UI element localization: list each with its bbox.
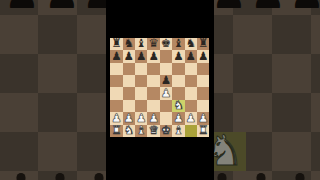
square-c8[interactable]: ♝ xyxy=(135,38,147,50)
square-h1[interactable]: ♜ xyxy=(197,125,209,137)
square-b8[interactable]: ♞ xyxy=(123,38,135,50)
video-letterbox: ♜♞♝♛♚♝♞♜♟♟♟♟♟♟♟♟♟♞♟♟♟♟♟♟♟♜♞♝♛♚♝♜ xyxy=(106,0,214,180)
square-a8[interactable]: ♜ xyxy=(110,38,122,50)
piece-white-rook[interactable]: ♜ xyxy=(111,125,121,137)
square-e4[interactable]: ♟ xyxy=(160,87,172,99)
backdrop-piece-top-icon xyxy=(257,173,266,180)
square-a3[interactable] xyxy=(110,100,122,112)
square-b3[interactable] xyxy=(123,100,135,112)
square-e3[interactable] xyxy=(160,100,172,112)
piece-black-bishop[interactable]: ♝ xyxy=(173,38,183,50)
piece-white-pawn[interactable]: ♟ xyxy=(161,88,171,100)
square-h8[interactable]: ♜ xyxy=(197,38,209,50)
backdrop-pawn-icon: ♟ xyxy=(250,0,286,14)
piece-white-rook[interactable]: ♜ xyxy=(198,125,208,137)
square-d3[interactable] xyxy=(147,100,159,112)
square-e6[interactable] xyxy=(160,63,172,75)
square-b2[interactable]: ♟ xyxy=(123,112,135,124)
backdrop-piece-top-icon xyxy=(56,173,65,180)
piece-white-knight[interactable]: ♞ xyxy=(173,100,183,112)
square-b6[interactable] xyxy=(123,63,135,75)
square-g3[interactable] xyxy=(185,100,197,112)
square-a5[interactable] xyxy=(110,75,122,87)
square-h7[interactable]: ♟ xyxy=(197,50,209,62)
backdrop-pawn-icon: ♟ xyxy=(211,0,247,14)
square-d1[interactable]: ♛ xyxy=(147,125,159,137)
square-f8[interactable]: ♝ xyxy=(172,38,184,50)
square-d4[interactable] xyxy=(147,87,159,99)
piece-black-pawn[interactable]: ♟ xyxy=(198,51,208,63)
piece-black-pawn[interactable]: ♟ xyxy=(136,51,146,63)
square-f1[interactable]: ♝ xyxy=(172,125,184,137)
piece-black-rook[interactable]: ♜ xyxy=(198,38,208,50)
square-h4[interactable] xyxy=(197,87,209,99)
piece-black-rook[interactable]: ♜ xyxy=(111,38,121,50)
piece-black-pawn[interactable]: ♟ xyxy=(161,75,171,87)
square-c5[interactable] xyxy=(135,75,147,87)
square-d5[interactable] xyxy=(147,75,159,87)
piece-white-queen[interactable]: ♛ xyxy=(148,125,158,137)
backdrop-pawn-icon: ♟ xyxy=(289,0,320,14)
square-h2[interactable]: ♟ xyxy=(197,112,209,124)
square-e2[interactable] xyxy=(160,112,172,124)
piece-white-pawn[interactable]: ♟ xyxy=(198,113,208,125)
square-b7[interactable]: ♟ xyxy=(123,50,135,62)
piece-white-king[interactable]: ♚ xyxy=(161,125,171,137)
square-g5[interactable] xyxy=(185,75,197,87)
square-h6[interactable] xyxy=(197,63,209,75)
square-d2[interactable]: ♟ xyxy=(147,112,159,124)
square-g1[interactable] xyxy=(185,125,197,137)
square-c7[interactable]: ♟ xyxy=(135,50,147,62)
square-c6[interactable] xyxy=(135,63,147,75)
piece-black-bishop[interactable]: ♝ xyxy=(136,38,146,50)
square-c3[interactable] xyxy=(135,100,147,112)
backdrop-pawn-icon: ♟ xyxy=(4,0,40,14)
square-e7[interactable] xyxy=(160,50,172,62)
backdrop-pawn-icon: ♟ xyxy=(44,0,80,14)
square-f4[interactable] xyxy=(172,87,184,99)
video-frame: ♞ ♟♟♟♟♟♟ ♜♞♝♛♚♝♞♜♟♟♟♟♟♟♟♟♟♞♟♟♟♟♟♟♟♜♞♝♛♚♝… xyxy=(0,0,320,180)
square-g6[interactable] xyxy=(185,63,197,75)
piece-white-pawn[interactable]: ♟ xyxy=(148,113,158,125)
backdrop-piece-top-icon xyxy=(95,173,104,180)
square-g2[interactable]: ♟ xyxy=(185,112,197,124)
square-e8[interactable]: ♚ xyxy=(160,38,172,50)
square-g8[interactable]: ♞ xyxy=(185,38,197,50)
square-f3[interactable]: ♞ xyxy=(172,100,184,112)
square-h5[interactable] xyxy=(197,75,209,87)
square-g4[interactable] xyxy=(185,87,197,99)
square-h3[interactable] xyxy=(197,100,209,112)
piece-white-pawn[interactable]: ♟ xyxy=(124,113,134,125)
square-b4[interactable] xyxy=(123,87,135,99)
piece-white-pawn[interactable]: ♟ xyxy=(136,113,146,125)
square-d7[interactable]: ♟ xyxy=(147,50,159,62)
square-c2[interactable]: ♟ xyxy=(135,112,147,124)
square-a1[interactable]: ♜ xyxy=(110,125,122,137)
piece-white-pawn[interactable]: ♟ xyxy=(173,113,183,125)
square-g7[interactable]: ♟ xyxy=(185,50,197,62)
chess-board[interactable]: ♜♞♝♛♚♝♞♜♟♟♟♟♟♟♟♟♟♞♟♟♟♟♟♟♟♜♞♝♛♚♝♜ xyxy=(110,38,209,137)
square-f2[interactable]: ♟ xyxy=(172,112,184,124)
piece-black-pawn[interactable]: ♟ xyxy=(111,51,121,63)
backdrop-piece-top-icon xyxy=(296,173,305,180)
square-c1[interactable]: ♝ xyxy=(135,125,147,137)
square-a2[interactable]: ♟ xyxy=(110,112,122,124)
square-b1[interactable]: ♞ xyxy=(123,125,135,137)
piece-white-pawn[interactable]: ♟ xyxy=(111,113,121,125)
piece-black-king[interactable]: ♚ xyxy=(161,38,171,50)
piece-black-pawn[interactable]: ♟ xyxy=(148,51,158,63)
square-f7[interactable]: ♟ xyxy=(172,50,184,62)
backdrop-piece-top-icon xyxy=(17,173,26,180)
square-f6[interactable] xyxy=(172,63,184,75)
square-a6[interactable] xyxy=(110,63,122,75)
piece-black-queen[interactable]: ♛ xyxy=(148,38,158,50)
piece-black-knight[interactable]: ♞ xyxy=(186,38,196,50)
piece-black-pawn[interactable]: ♟ xyxy=(124,51,134,63)
square-b5[interactable] xyxy=(123,75,135,87)
square-a4[interactable] xyxy=(110,87,122,99)
piece-black-knight[interactable]: ♞ xyxy=(124,38,134,50)
square-d8[interactable]: ♛ xyxy=(147,38,159,50)
piece-white-knight[interactable]: ♞ xyxy=(124,125,134,137)
piece-black-pawn[interactable]: ♟ xyxy=(173,51,183,63)
square-e1[interactable]: ♚ xyxy=(160,125,172,137)
piece-white-bishop[interactable]: ♝ xyxy=(136,125,146,137)
square-d6[interactable] xyxy=(147,63,159,75)
square-c4[interactable] xyxy=(135,87,147,99)
square-e5[interactable]: ♟ xyxy=(160,75,172,87)
piece-white-bishop[interactable]: ♝ xyxy=(173,125,183,137)
piece-black-pawn[interactable]: ♟ xyxy=(186,51,196,63)
square-a7[interactable]: ♟ xyxy=(110,50,122,62)
piece-white-pawn[interactable]: ♟ xyxy=(186,113,196,125)
square-f5[interactable] xyxy=(172,75,184,87)
backdrop-piece-top-icon xyxy=(218,173,227,180)
